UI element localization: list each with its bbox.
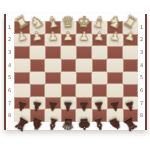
- rank-coordinates-left: 12345678: [5, 21, 14, 122]
- rank-label-right-6: 7: [137, 97, 146, 110]
- rank-label-left-7: 8: [5, 109, 14, 122]
- rank-label-right-0: 1: [137, 21, 146, 34]
- piece-white-pawn[interactable]: ♟: [15, 30, 28, 44]
- piece-white-pawn[interactable]: ♟: [63, 31, 74, 43]
- rank-label-left-3: 4: [5, 59, 14, 72]
- rank-label-right-3: 4: [137, 59, 146, 72]
- square-5-6[interactable]: [107, 84, 123, 97]
- rank-label-right-4: 5: [137, 72, 146, 85]
- rank-label-right-7: 8: [137, 109, 146, 122]
- rank-label-left-4: 5: [5, 72, 14, 85]
- square-2-3[interactable]: [61, 46, 77, 59]
- square-3-6[interactable]: [107, 59, 123, 72]
- square-5-3[interactable]: [61, 84, 77, 97]
- square-5-2[interactable]: [45, 84, 61, 97]
- square-5-7[interactable]: [123, 84, 139, 97]
- square-2-6[interactable]: [107, 46, 123, 59]
- square-4-0[interactable]: [14, 72, 30, 85]
- piece-white-pawn[interactable]: ♟: [78, 31, 89, 43]
- piece-black-pawn[interactable]: ♟: [94, 100, 105, 113]
- rank-label-left-1: 2: [5, 34, 14, 47]
- square-5-1[interactable]: [30, 84, 46, 97]
- piece-black-pawn[interactable]: ♟: [47, 100, 58, 113]
- square-3-3[interactable]: [61, 59, 77, 72]
- square-5-4[interactable]: [76, 84, 92, 97]
- square-2-1[interactable]: [30, 46, 46, 59]
- piece-black-pawn[interactable]: ♟: [78, 100, 89, 112]
- piece-black-queen[interactable]: ♛: [61, 116, 76, 132]
- square-2-5[interactable]: [92, 46, 108, 59]
- square-2-7[interactable]: [123, 46, 139, 59]
- square-4-1[interactable]: [30, 72, 46, 85]
- rank-coordinates-right: 12345678: [137, 21, 146, 122]
- rank-label-right-2: 3: [137, 46, 146, 59]
- piece-white-pawn[interactable]: ♟: [31, 30, 43, 43]
- square-4-4[interactable]: [76, 72, 92, 85]
- square-5-0[interactable]: [14, 84, 30, 97]
- piece-white-pawn[interactable]: ♟: [47, 30, 58, 43]
- photo-background: 12345678 12345678 ♜♞♝♛♚♝♞♜♟♟♟♟♟♟♟♟♟♟♟♟♟♟…: [0, 0, 150, 150]
- square-3-5[interactable]: [92, 59, 108, 72]
- square-5-5[interactable]: [92, 84, 108, 97]
- square-3-0[interactable]: [14, 59, 30, 72]
- piece-white-pawn[interactable]: ♟: [94, 30, 105, 43]
- square-2-2[interactable]: [45, 46, 61, 59]
- square-4-7[interactable]: [123, 72, 139, 85]
- square-4-3[interactable]: [61, 72, 77, 85]
- square-4-6[interactable]: [107, 72, 123, 85]
- rank-label-left-5: 6: [5, 84, 14, 97]
- rank-label-left-2: 3: [5, 46, 14, 59]
- rank-label-right-1: 2: [137, 34, 146, 47]
- square-3-7[interactable]: [123, 59, 139, 72]
- square-3-2[interactable]: [45, 59, 61, 72]
- piece-white-pawn[interactable]: ♟: [109, 30, 121, 43]
- piece-black-king[interactable]: ♚: [76, 116, 91, 132]
- square-3-4[interactable]: [76, 59, 92, 72]
- piece-black-pawn[interactable]: ♟: [109, 100, 121, 113]
- square-4-5[interactable]: [92, 72, 108, 85]
- rank-label-left-6: 7: [5, 97, 14, 110]
- square-2-0[interactable]: [14, 46, 30, 59]
- square-2-4[interactable]: [76, 46, 92, 59]
- square-4-2[interactable]: [45, 72, 61, 85]
- square-3-1[interactable]: [30, 59, 46, 72]
- rank-label-left-0: 1: [5, 21, 14, 34]
- rank-label-right-5: 6: [137, 84, 146, 97]
- piece-black-pawn[interactable]: ♟: [63, 100, 74, 112]
